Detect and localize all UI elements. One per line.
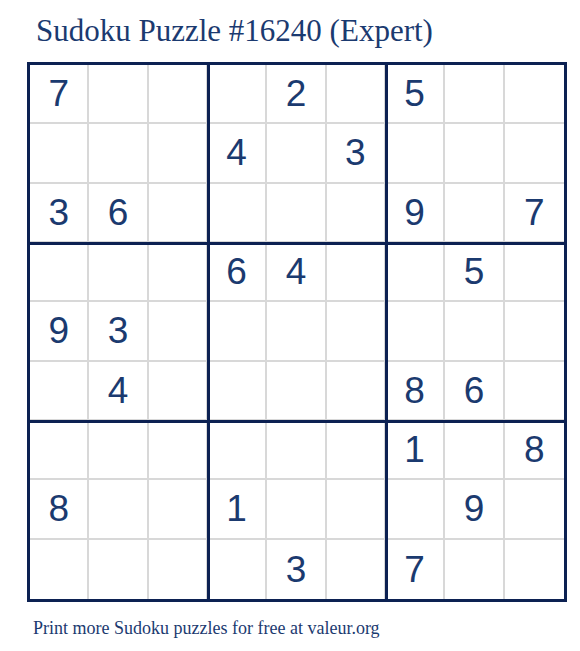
cell-r9c1	[30, 540, 89, 599]
cell-r7c5	[267, 421, 326, 480]
cell-r5c6	[327, 302, 386, 361]
cell-r1c2	[89, 65, 148, 124]
cell-r2c1	[30, 124, 89, 183]
cell-r1c5: 2	[267, 65, 326, 124]
cell-r5c5	[267, 302, 326, 361]
cell-r9c7: 7	[386, 540, 445, 599]
cell-r3c3	[149, 184, 208, 243]
cell-r6c7: 8	[386, 362, 445, 421]
cell-r5c4	[208, 302, 267, 361]
cell-r4c3	[149, 243, 208, 302]
cell-r6c5	[267, 362, 326, 421]
cell-r9c2	[89, 540, 148, 599]
cell-r3c7: 9	[386, 184, 445, 243]
cell-r6c2: 4	[89, 362, 148, 421]
cell-r5c8	[445, 302, 504, 361]
cell-r3c8	[445, 184, 504, 243]
cell-r8c6	[327, 480, 386, 539]
box-separator-horizontal-1	[30, 242, 564, 245]
cell-r7c7: 1	[386, 421, 445, 480]
cell-r3c9: 7	[505, 184, 564, 243]
cell-r5c1: 9	[30, 302, 89, 361]
cell-r9c5: 3	[267, 540, 326, 599]
footer-text: Print more Sudoku puzzles for free at va…	[33, 617, 380, 639]
cell-r9c6	[327, 540, 386, 599]
cell-r9c8	[445, 540, 504, 599]
cell-r2c4: 4	[208, 124, 267, 183]
cell-r6c6	[327, 362, 386, 421]
cell-r1c9	[505, 65, 564, 124]
cell-r1c1: 7	[30, 65, 89, 124]
cell-r6c4	[208, 362, 267, 421]
cell-r3c6	[327, 184, 386, 243]
cell-r2c8	[445, 124, 504, 183]
cell-r2c3	[149, 124, 208, 183]
cell-r7c1	[30, 421, 89, 480]
cell-r6c8: 6	[445, 362, 504, 421]
cell-r1c8	[445, 65, 504, 124]
cell-r2c5	[267, 124, 326, 183]
cell-r8c2	[89, 480, 148, 539]
cell-r8c7	[386, 480, 445, 539]
cell-r7c8	[445, 421, 504, 480]
cell-r7c3	[149, 421, 208, 480]
cell-r2c7	[386, 124, 445, 183]
cell-r1c3	[149, 65, 208, 124]
cell-r1c4	[208, 65, 267, 124]
cell-r3c1: 3	[30, 184, 89, 243]
box-separator-vertical-1	[207, 65, 210, 599]
cell-r7c6	[327, 421, 386, 480]
cell-r6c9	[505, 362, 564, 421]
cell-r4c5: 4	[267, 243, 326, 302]
cell-r8c8: 9	[445, 480, 504, 539]
cell-r7c2	[89, 421, 148, 480]
cell-r8c5	[267, 480, 326, 539]
page-title: Sudoku Puzzle #16240 (Expert)	[36, 13, 433, 49]
cell-r8c9	[505, 480, 564, 539]
cell-r4c9	[505, 243, 564, 302]
cell-r5c9	[505, 302, 564, 361]
cell-r7c4	[208, 421, 267, 480]
box-separator-horizontal-2	[30, 420, 564, 423]
cell-r4c6	[327, 243, 386, 302]
cell-r3c5	[267, 184, 326, 243]
cell-r3c4	[208, 184, 267, 243]
cell-r9c9	[505, 540, 564, 599]
sudoku-page: Sudoku Puzzle #16240 (Expert) 7254336976…	[0, 0, 580, 651]
cell-r4c2	[89, 243, 148, 302]
cell-r4c7	[386, 243, 445, 302]
cell-r6c3	[149, 362, 208, 421]
cell-r9c4	[208, 540, 267, 599]
cell-r8c1: 8	[30, 480, 89, 539]
cell-r5c3	[149, 302, 208, 361]
cell-r6c1	[30, 362, 89, 421]
cell-r7c9: 8	[505, 421, 564, 480]
cell-r2c6: 3	[327, 124, 386, 183]
cell-r1c7: 5	[386, 65, 445, 124]
cell-r5c2: 3	[89, 302, 148, 361]
cell-r4c8: 5	[445, 243, 504, 302]
cell-r4c1	[30, 243, 89, 302]
cell-r2c9	[505, 124, 564, 183]
cell-r5c7	[386, 302, 445, 361]
cell-r9c3	[149, 540, 208, 599]
cell-r8c3	[149, 480, 208, 539]
cell-r4c4: 6	[208, 243, 267, 302]
cell-r3c2: 6	[89, 184, 148, 243]
cell-r2c2	[89, 124, 148, 183]
box-separator-vertical-2	[385, 65, 388, 599]
cell-r8c4: 1	[208, 480, 267, 539]
sudoku-board: 725433697645934861881937	[27, 62, 567, 602]
cell-r1c6	[327, 65, 386, 124]
